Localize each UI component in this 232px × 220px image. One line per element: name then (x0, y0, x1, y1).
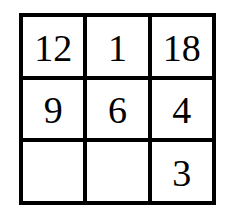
magic-square-board: 12 1 18 9 6 4 3 (19, 13, 216, 205)
cell-r1c3: 18 (152, 17, 212, 76)
cell-r1c2: 1 (87, 17, 147, 76)
cell-r3c2-empty[interactable] (87, 142, 147, 201)
cell-r3c1-empty[interactable] (23, 142, 83, 201)
cell-r1c1: 12 (23, 17, 83, 76)
cell-r2c1: 9 (23, 80, 83, 139)
puzzle-page: 12 1 18 9 6 4 3 (0, 0, 232, 220)
cell-r3c3: 3 (152, 142, 212, 201)
cell-r2c3: 4 (152, 80, 212, 139)
cell-r2c2: 6 (87, 80, 147, 139)
